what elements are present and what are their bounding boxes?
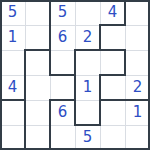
- puzzle-stage: 554162412615: [0, 0, 150, 150]
- cell-r5c6[interactable]: 1: [125, 100, 150, 125]
- cell-r3c5[interactable]: [100, 50, 125, 75]
- cell-r2c5[interactable]: [100, 25, 125, 50]
- cell-r2c1[interactable]: 1: [0, 25, 25, 50]
- cell-r6c1[interactable]: [0, 125, 25, 150]
- cell-r4c5[interactable]: [100, 75, 125, 100]
- cell-r3c3[interactable]: [50, 50, 75, 75]
- cell-r3c2[interactable]: [25, 50, 50, 75]
- cell-r2c2[interactable]: [25, 25, 50, 50]
- cell-r4c6[interactable]: 2: [125, 75, 150, 100]
- cell-r5c2[interactable]: [25, 100, 50, 125]
- cell-r1c5[interactable]: 4: [100, 0, 125, 25]
- cell-r3c1[interactable]: [0, 50, 25, 75]
- cell-r6c2[interactable]: [25, 125, 50, 150]
- cell-r2c6[interactable]: [125, 25, 150, 50]
- cell-r5c1[interactable]: [0, 100, 25, 125]
- puzzle-board: 554162412615: [0, 0, 150, 150]
- cell-r1c4[interactable]: [75, 0, 100, 25]
- cell-r1c3[interactable]: 5: [50, 0, 75, 25]
- cell-r1c6[interactable]: [125, 0, 150, 25]
- cell-r6c6[interactable]: [125, 125, 150, 150]
- cell-r2c4[interactable]: 2: [75, 25, 100, 50]
- cell-r4c1[interactable]: 4: [0, 75, 25, 100]
- cell-r6c3[interactable]: [50, 125, 75, 150]
- cell-r2c3[interactable]: 6: [50, 25, 75, 50]
- cell-r4c3[interactable]: [50, 75, 75, 100]
- cell-r1c2[interactable]: [25, 0, 50, 25]
- cell-r6c4[interactable]: 5: [75, 125, 100, 150]
- cell-r6c5[interactable]: [100, 125, 125, 150]
- cell-r5c3[interactable]: 6: [50, 100, 75, 125]
- cell-r5c4[interactable]: [75, 100, 100, 125]
- cell-r4c4[interactable]: 1: [75, 75, 100, 100]
- cell-r3c6[interactable]: [125, 50, 150, 75]
- cell-r1c1[interactable]: 5: [0, 0, 25, 25]
- cell-r5c5[interactable]: [100, 100, 125, 125]
- cell-r4c2[interactable]: [25, 75, 50, 100]
- cell-r3c4[interactable]: [75, 50, 100, 75]
